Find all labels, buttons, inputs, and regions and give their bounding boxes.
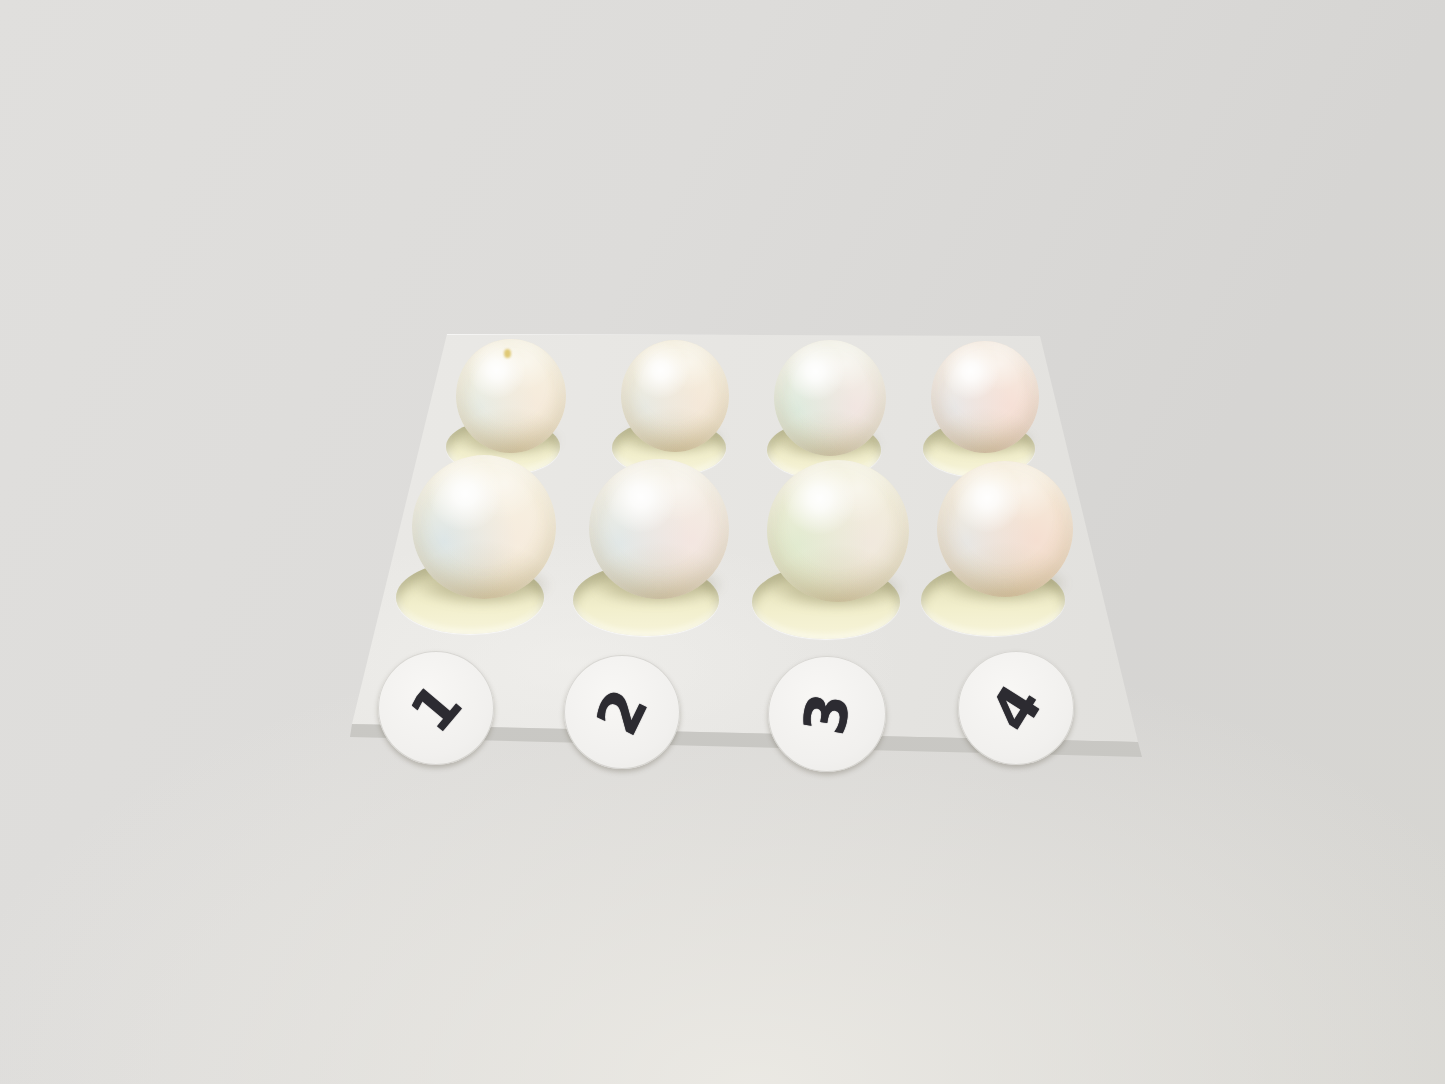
pearl-r2c4: [937, 461, 1073, 597]
pearl-r2c1: [412, 455, 556, 599]
sticker-number-1: 1: [401, 674, 471, 742]
sticker-number-3: 3: [795, 689, 859, 739]
label-sticker-3: 3: [768, 656, 886, 772]
label-sticker-1: 1: [378, 651, 494, 765]
pearl-r1c4: [931, 341, 1039, 453]
pearl-r1c1: [456, 339, 566, 453]
sticker-number-4: 4: [981, 676, 1052, 741]
label-sticker-4: 4: [958, 651, 1074, 765]
pearl-r2c2: [589, 459, 729, 599]
pearl-r1c2: [621, 340, 729, 452]
pearl-r2c3: [767, 460, 909, 602]
photo-scene: 1 2 3 4: [0, 0, 1445, 1084]
label-sticker-2: 2: [564, 655, 680, 769]
pearl-r1c3: [774, 340, 886, 456]
sticker-number-2: 2: [587, 681, 657, 743]
